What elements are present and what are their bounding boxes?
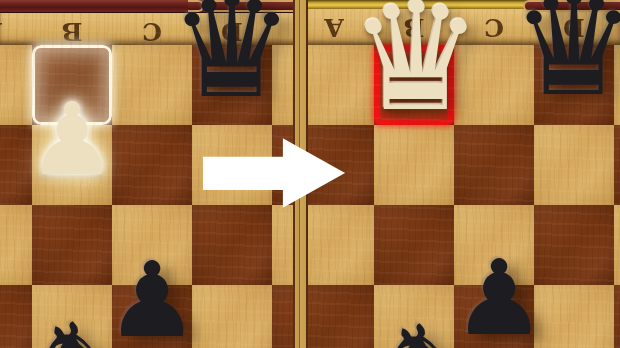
promotion-tutorial-scene: ABCDE♟♛♟♞ ABCDE♛♛♟♞	[0, 0, 620, 348]
file-label-b: B	[50, 16, 94, 46]
square-e7[interactable]	[614, 125, 620, 205]
file-label-a: A	[0, 16, 14, 46]
black-knight-b4[interactable]: ♞	[6, 308, 146, 348]
square-e5[interactable]	[614, 285, 620, 348]
square-a6[interactable]	[306, 205, 374, 285]
white-pawn-b7[interactable]: ♟	[2, 90, 142, 190]
black-queen-d8[interactable]: ♛	[162, 0, 296, 118]
square-e6[interactable]	[614, 205, 620, 285]
board-after-panel: ABCDE♛♛♟♞	[306, 0, 620, 348]
white-queen-b8[interactable]: ♛	[346, 0, 486, 132]
black-knight-b4[interactable]: ♞	[353, 310, 493, 348]
square-a6[interactable]	[0, 205, 32, 285]
black-queen-d8[interactable]: ♛	[504, 0, 620, 116]
square-d7[interactable]	[534, 125, 614, 205]
